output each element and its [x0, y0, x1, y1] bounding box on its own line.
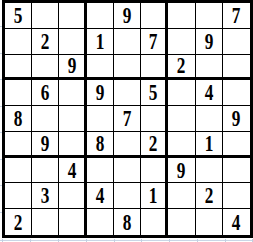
given-digit: 4 — [232, 210, 241, 235]
sudoku-cell-r8c1[interactable] — [5, 183, 32, 209]
sudoku-cell-r3c4[interactable] — [87, 55, 114, 81]
sudoku-cell-r1c8[interactable] — [196, 3, 223, 29]
sudoku-cell-r8c3[interactable] — [59, 183, 86, 209]
sudoku-cell-r4c7[interactable] — [168, 80, 195, 106]
sudoku-cell-r9c3[interactable] — [59, 209, 86, 235]
sudoku-cell-r4c5[interactable] — [114, 80, 141, 106]
sudoku-cell-r5c6[interactable] — [141, 106, 168, 132]
sudoku-cell-r8c4: 4 — [87, 183, 114, 209]
sudoku-cell-r3c1[interactable] — [5, 55, 32, 81]
given-digit: 9 — [123, 3, 132, 28]
given-digit: 5 — [14, 3, 23, 28]
sudoku-cell-r8c8: 2 — [196, 183, 223, 209]
sudoku-screenshot: 59721799269548799821493412284 — [0, 0, 253, 242]
sudoku-cell-r5c2[interactable] — [32, 106, 59, 132]
sudoku-cell-r5c5: 7 — [114, 106, 141, 132]
sudoku-board: 59721799269548799821493412284 — [2, 0, 253, 238]
sudoku-cell-r5c7[interactable] — [168, 106, 195, 132]
sudoku-cell-r7c2[interactable] — [32, 158, 59, 184]
given-digit: 2 — [41, 29, 50, 54]
given-digit: 9 — [41, 132, 50, 156]
sudoku-cell-r9c4[interactable] — [87, 209, 114, 235]
sudoku-cell-r2c1[interactable] — [5, 29, 32, 55]
given-digit: 8 — [95, 132, 104, 156]
sudoku-cell-r5c8[interactable] — [196, 106, 223, 132]
sudoku-cell-r5c1: 8 — [5, 106, 32, 132]
sudoku-cell-r7c1[interactable] — [5, 158, 32, 184]
sudoku-cell-r1c2[interactable] — [32, 3, 59, 29]
sudoku-cell-r7c4[interactable] — [87, 158, 114, 184]
given-digit: 7 — [123, 106, 132, 131]
given-digit: 2 — [149, 132, 158, 156]
sudoku-cell-r4c2: 6 — [32, 80, 59, 106]
given-digit: 6 — [41, 80, 50, 105]
given-digit: 7 — [149, 29, 158, 54]
sudoku-cell-r1c1: 5 — [5, 3, 32, 29]
given-digit: 2 — [177, 55, 186, 79]
sudoku-cell-r8c6: 1 — [141, 183, 168, 209]
sudoku-cell-r1c4[interactable] — [87, 3, 114, 29]
sudoku-cell-r9c9: 4 — [223, 209, 250, 235]
sudoku-cell-r3c9[interactable] — [223, 55, 250, 81]
sudoku-cell-r7c8[interactable] — [196, 158, 223, 184]
sudoku-cell-r4c4: 9 — [87, 80, 114, 106]
sudoku-cell-r6c7[interactable] — [168, 132, 195, 158]
sudoku-cell-r7c9[interactable] — [223, 158, 250, 184]
sudoku-cell-r1c6[interactable] — [141, 3, 168, 29]
sudoku-cell-r5c3[interactable] — [59, 106, 86, 132]
sudoku-cell-r6c9[interactable] — [223, 132, 250, 158]
margin-gridline-bottom — [0, 240, 253, 241]
sudoku-cell-r4c8: 4 — [196, 80, 223, 106]
sudoku-cell-r9c6[interactable] — [141, 209, 168, 235]
sudoku-cell-r6c6: 2 — [141, 132, 168, 158]
sudoku-cell-r4c3[interactable] — [59, 80, 86, 106]
sudoku-cell-r7c7: 9 — [168, 158, 195, 184]
sudoku-cell-r2c3[interactable] — [59, 29, 86, 55]
sudoku-cell-r9c1: 2 — [5, 209, 32, 235]
given-digit: 1 — [204, 132, 213, 156]
sudoku-cell-r8c2: 3 — [32, 183, 59, 209]
given-digit: 1 — [95, 29, 104, 54]
sudoku-cell-r9c2[interactable] — [32, 209, 59, 235]
sudoku-cell-r7c5[interactable] — [114, 158, 141, 184]
given-digit: 4 — [67, 158, 76, 183]
sudoku-cell-r4c1[interactable] — [5, 80, 32, 106]
given-digit: 8 — [14, 106, 23, 131]
sudoku-cell-r2c8: 9 — [196, 29, 223, 55]
given-digit: 4 — [95, 183, 104, 208]
sudoku-cell-r2c6: 7 — [141, 29, 168, 55]
sudoku-cell-r6c5[interactable] — [114, 132, 141, 158]
sudoku-cell-r2c7[interactable] — [168, 29, 195, 55]
sudoku-cell-r4c9[interactable] — [223, 80, 250, 106]
sudoku-cell-r6c2: 9 — [32, 132, 59, 158]
sudoku-cell-r7c3: 4 — [59, 158, 86, 184]
given-digit: 1 — [149, 183, 158, 208]
sudoku-cell-r3c5[interactable] — [114, 55, 141, 81]
sudoku-cell-r8c5[interactable] — [114, 183, 141, 209]
given-digit: 8 — [123, 210, 132, 235]
sudoku-cell-r6c1[interactable] — [5, 132, 32, 158]
sudoku-cell-r9c5: 8 — [114, 209, 141, 235]
sudoku-cell-r3c8[interactable] — [196, 55, 223, 81]
given-digit: 7 — [232, 3, 241, 28]
given-digit: 3 — [41, 183, 50, 208]
sudoku-cell-r2c9[interactable] — [223, 29, 250, 55]
sudoku-cell-r9c7[interactable] — [168, 209, 195, 235]
given-digit: 2 — [14, 210, 23, 235]
given-digit: 5 — [149, 80, 158, 105]
sudoku-cell-r1c9: 7 — [223, 3, 250, 29]
sudoku-cell-r2c5[interactable] — [114, 29, 141, 55]
given-digit: 4 — [204, 80, 213, 105]
sudoku-cell-r3c6[interactable] — [141, 55, 168, 81]
sudoku-cell-r1c3[interactable] — [59, 3, 86, 29]
sudoku-cell-r2c2: 2 — [32, 29, 59, 55]
given-digit: 9 — [177, 158, 186, 183]
sudoku-cell-r3c7: 2 — [168, 55, 195, 81]
given-digit: 9 — [204, 29, 213, 54]
sudoku-cell-r1c5: 9 — [114, 3, 141, 29]
sudoku-cell-r6c8: 1 — [196, 132, 223, 158]
given-digit: 9 — [232, 106, 241, 131]
given-digit: 2 — [204, 183, 213, 208]
sudoku-cell-r5c4[interactable] — [87, 106, 114, 132]
sudoku-cell-r1c7[interactable] — [168, 3, 195, 29]
sudoku-cell-r4c6: 5 — [141, 80, 168, 106]
sudoku-cell-r3c3: 9 — [59, 55, 86, 81]
sudoku-cell-r8c9[interactable] — [223, 183, 250, 209]
sudoku-cell-r8c7[interactable] — [168, 183, 195, 209]
sudoku-cell-r3c2[interactable] — [32, 55, 59, 81]
sudoku-cell-r5c9: 9 — [223, 106, 250, 132]
sudoku-cell-r7c6[interactable] — [141, 158, 168, 184]
given-digit: 9 — [95, 80, 104, 105]
sudoku-cell-r2c4: 1 — [87, 29, 114, 55]
given-digit: 9 — [67, 55, 76, 79]
sudoku-cell-r9c8[interactable] — [196, 209, 223, 235]
sudoku-cell-r6c3[interactable] — [59, 132, 86, 158]
sudoku-cell-r6c4: 8 — [87, 132, 114, 158]
